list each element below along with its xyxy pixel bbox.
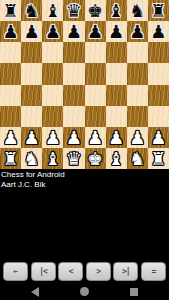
android-recents-icon[interactable] [130,288,138,296]
square-f1[interactable]: ♝ [106,148,127,169]
square-f2[interactable]: ♟ [106,127,127,148]
square-b1[interactable]: ♞ [21,148,42,169]
app-screen: ♜♞♝♛♚♝♞♜♟♟♟♟♟♟♟♟♟♟♟♟♟♟♟♟♜♞♝♛♚♝♞♜ Chess f… [0,0,169,300]
square-c5[interactable] [42,63,63,84]
black-bishop: ♝ [45,0,61,21]
square-d5[interactable] [63,63,84,84]
app-title: Chess for Android [1,170,169,180]
black-pawn: ♟ [87,21,103,42]
square-h6[interactable] [148,42,169,63]
square-c8[interactable]: ♝ [42,0,63,21]
white-knight: ♞ [24,148,40,169]
bottom-panel: Chess for Android Aart J.C. Bik ← |< < >… [0,169,169,300]
android-home-icon[interactable] [80,287,89,296]
square-f6[interactable] [106,42,127,63]
previous-move-button[interactable]: < [58,262,83,281]
white-pawn: ♟ [45,127,61,148]
square-d1[interactable]: ♛ [63,148,84,169]
square-a1[interactable]: ♜ [0,148,21,169]
square-f3[interactable] [106,106,127,127]
square-a4[interactable] [0,85,21,106]
white-rook: ♜ [2,148,18,169]
square-e7[interactable]: ♟ [85,21,106,42]
square-b8[interactable]: ♞ [21,0,42,21]
status-area: Chess for Android Aart J.C. Bik [0,169,169,189]
square-f4[interactable] [106,85,127,106]
black-queen: ♛ [66,0,82,21]
square-a8[interactable]: ♜ [0,0,21,21]
square-h1[interactable]: ♜ [148,148,169,169]
white-rook: ♜ [150,148,166,169]
white-pawn: ♟ [150,127,166,148]
black-king: ♚ [87,0,103,21]
square-a7[interactable]: ♟ [0,21,21,42]
square-a2[interactable]: ♟ [0,127,21,148]
square-d3[interactable] [63,106,84,127]
first-move-button[interactable]: |< [31,262,56,281]
square-b6[interactable] [21,42,42,63]
black-bishop: ♝ [108,0,124,21]
white-pawn: ♟ [2,127,18,148]
square-g4[interactable] [127,85,148,106]
android-back-icon[interactable] [31,287,39,297]
black-rook: ♜ [2,0,18,21]
square-h7[interactable]: ♟ [148,21,169,42]
black-knight: ♞ [24,0,40,21]
square-c7[interactable]: ♟ [42,21,63,42]
white-pawn: ♟ [87,127,103,148]
square-h2[interactable]: ♟ [148,127,169,148]
square-e3[interactable] [85,106,106,127]
square-c3[interactable] [42,106,63,127]
game-toolbar: ← |< < > >| = [0,261,169,281]
square-b7[interactable]: ♟ [21,21,42,42]
square-b4[interactable] [21,85,42,106]
square-g5[interactable] [127,63,148,84]
white-bishop: ♝ [45,148,61,169]
black-pawn: ♟ [24,21,40,42]
black-pawn: ♟ [150,21,166,42]
menu-button[interactable]: = [141,262,166,281]
white-queen: ♛ [66,148,82,169]
square-d7[interactable]: ♟ [63,21,84,42]
black-pawn: ♟ [45,21,61,42]
square-d4[interactable] [63,85,84,106]
white-pawn: ♟ [66,127,82,148]
square-e5[interactable] [85,63,106,84]
square-g7[interactable]: ♟ [127,21,148,42]
square-g1[interactable]: ♞ [127,148,148,169]
square-a5[interactable] [0,63,21,84]
square-g2[interactable]: ♟ [127,127,148,148]
black-pawn: ♟ [2,21,18,42]
square-d8[interactable]: ♛ [63,0,84,21]
square-e1[interactable]: ♚ [85,148,106,169]
last-move-button[interactable]: >| [113,262,138,281]
square-c4[interactable] [42,85,63,106]
square-h4[interactable] [148,85,169,106]
app-author: Aart J.C. Bik [1,180,169,190]
white-pawn: ♟ [108,127,124,148]
square-f8[interactable]: ♝ [106,0,127,21]
white-knight: ♞ [129,148,145,169]
white-pawn: ♟ [129,127,145,148]
black-pawn: ♟ [129,21,145,42]
square-d2[interactable]: ♟ [63,127,84,148]
square-g8[interactable]: ♞ [127,0,148,21]
android-nav-bar [0,283,169,300]
black-pawn: ♟ [108,21,124,42]
square-h8[interactable]: ♜ [148,0,169,21]
square-f7[interactable]: ♟ [106,21,127,42]
square-e6[interactable] [85,42,106,63]
undo-button[interactable]: ← [3,262,28,281]
white-bishop: ♝ [108,148,124,169]
square-b2[interactable]: ♟ [21,127,42,148]
white-king: ♚ [87,148,103,169]
black-knight: ♞ [129,0,145,21]
square-d6[interactable] [63,42,84,63]
black-rook: ♜ [150,0,166,21]
next-move-button[interactable]: > [86,262,111,281]
square-e8[interactable]: ♚ [85,0,106,21]
square-c6[interactable] [42,42,63,63]
square-e4[interactable] [85,85,106,106]
square-b3[interactable] [21,106,42,127]
square-c2[interactable]: ♟ [42,127,63,148]
white-pawn: ♟ [24,127,40,148]
chess-board: ♜♞♝♛♚♝♞♜♟♟♟♟♟♟♟♟♟♟♟♟♟♟♟♟♜♞♝♛♚♝♞♜ [0,0,169,169]
square-a6[interactable] [0,42,21,63]
square-h5[interactable] [148,63,169,84]
black-pawn: ♟ [66,21,82,42]
square-b5[interactable] [21,63,42,84]
square-g3[interactable] [127,106,148,127]
square-c1[interactable]: ♝ [42,148,63,169]
square-e2[interactable]: ♟ [85,127,106,148]
square-f5[interactable] [106,63,127,84]
square-h3[interactable] [148,106,169,127]
square-g6[interactable] [127,42,148,63]
square-a3[interactable] [0,106,21,127]
